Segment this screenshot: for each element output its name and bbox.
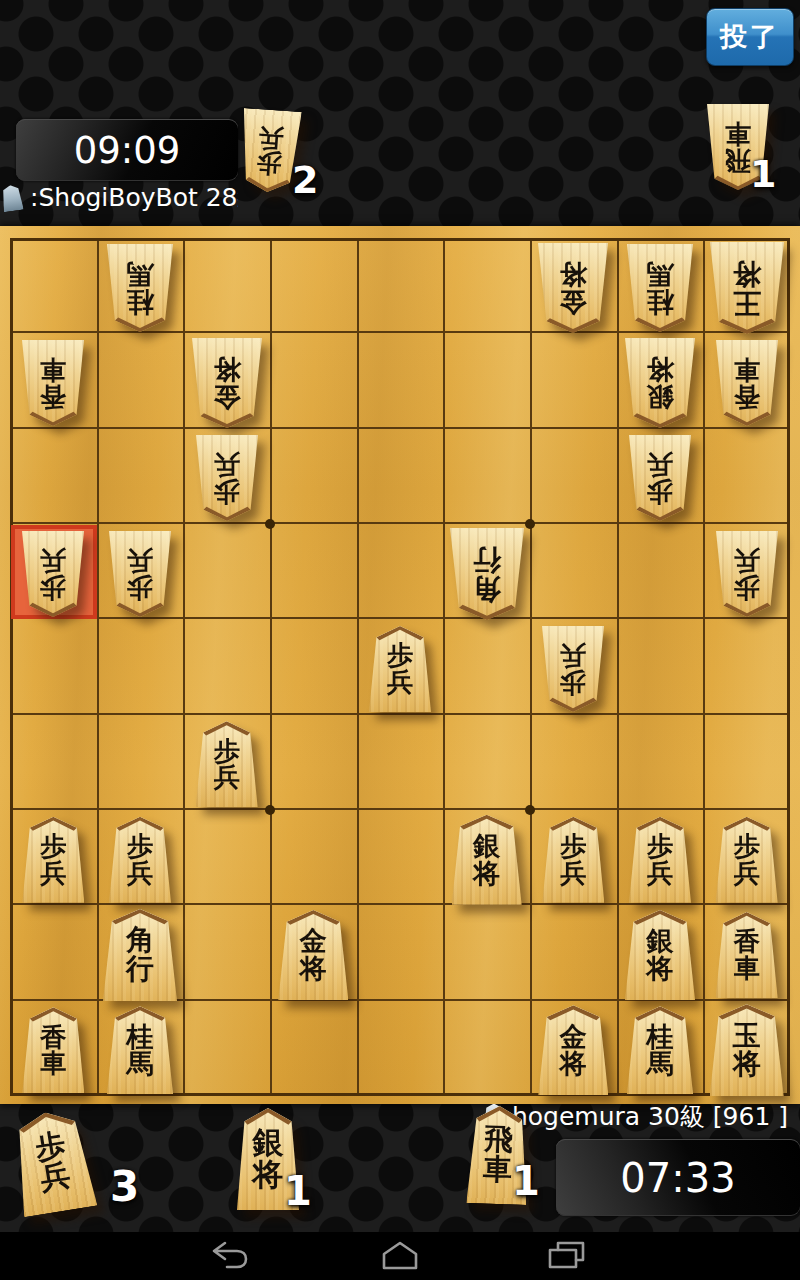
sente-piece-N[interactable]: 桂馬: [107, 1006, 173, 1094]
gote-piece-L[interactable]: 香車: [22, 340, 84, 426]
piece-kanji: 金将: [560, 1023, 587, 1078]
piece-kanji: 歩兵: [734, 833, 760, 886]
piece-kanji: 歩兵: [33, 1129, 72, 1194]
home-icon[interactable]: [378, 1236, 422, 1276]
piece-kanji: 歩兵: [647, 452, 673, 505]
sente-piece-B[interactable]: 角行: [103, 909, 177, 1001]
piece-kanji: 銀将: [647, 355, 674, 410]
piece-kanji: 歩兵: [214, 738, 240, 791]
piece-kanji: 香車: [40, 356, 66, 409]
piece-kanji: 歩兵: [40, 833, 66, 886]
piece-kanji: 銀将: [647, 927, 674, 982]
sente-piece-S[interactable]: 銀将: [452, 815, 522, 905]
sente-piece-G[interactable]: 金将: [278, 910, 348, 1000]
sente-piece-P[interactable]: 歩兵: [109, 817, 171, 903]
top-hand-count-R: 1: [750, 152, 776, 196]
piece-kanji: 角行: [126, 926, 154, 983]
bottom-hand-count-S: 1: [284, 1168, 312, 1214]
gote-piece-P[interactable]: 歩兵: [629, 435, 691, 521]
piece-kanji: 金将: [300, 927, 327, 982]
board-star-point: [525, 519, 535, 529]
top-player-info: :ShogiBoyBot 28級 [913: [2, 181, 238, 214]
piece-kanji: 香車: [734, 928, 760, 981]
sente-piece-L[interactable]: 香車: [716, 912, 778, 998]
bottom-hand-piece-P[interactable]: 歩兵: [16, 1112, 90, 1212]
piece-kanji: 玉将: [733, 1022, 761, 1079]
gote-piece-N[interactable]: 桂馬: [627, 244, 693, 332]
gote-piece-K2[interactable]: 王将: [710, 242, 784, 334]
gote-piece-G[interactable]: 金将: [538, 243, 608, 333]
bottom-player-name: hogemura 30級 [961 ]: [512, 1100, 788, 1133]
gote-piece-B[interactable]: 角行: [450, 528, 524, 620]
back-icon[interactable]: [208, 1236, 252, 1276]
sente-piece-L[interactable]: 香車: [22, 1007, 84, 1093]
gote-piece-P[interactable]: 歩兵: [542, 626, 604, 712]
piece-kanji: 歩兵: [214, 452, 240, 505]
piece-kanji: 歩兵: [734, 547, 760, 600]
piece-kanji: 飛車: [482, 1125, 513, 1185]
bottom-hand-count-P: 3: [110, 1162, 139, 1211]
board-star-point: [265, 519, 275, 529]
piece-kanji: 歩兵: [560, 642, 586, 695]
piece-kanji: 桂馬: [127, 260, 154, 315]
bottom-hand-count-R: 1: [512, 1158, 540, 1204]
gote-piece-P[interactable]: 歩兵: [196, 435, 258, 521]
gote-piece-G[interactable]: 金将: [192, 338, 262, 428]
top-hand-piece-P[interactable]: 歩兵: [241, 110, 299, 192]
bottom-clock-time: 07:33: [620, 1155, 735, 1201]
top-player-clock: 09:09: [16, 119, 238, 181]
top-player-name: :ShogiBoyBot 28級 [913: [30, 181, 238, 214]
piece-kanji: 歩兵: [560, 833, 586, 886]
gote-piece-N[interactable]: 桂馬: [107, 244, 173, 332]
gote-piece-P[interactable]: 歩兵: [22, 531, 84, 617]
piece-kanji: 歩兵: [387, 642, 413, 695]
sente-piece-P[interactable]: 歩兵: [196, 721, 258, 807]
board-star-point: [525, 805, 535, 815]
sente-piece-P[interactable]: 歩兵: [22, 817, 84, 903]
resign-button[interactable]: 投了: [706, 8, 794, 66]
sente-piece-P[interactable]: 歩兵: [542, 817, 604, 903]
sente-piece-S[interactable]: 銀将: [625, 910, 695, 1000]
piece-kanji: 桂馬: [647, 260, 674, 315]
piece-kanji: 銀将: [473, 832, 500, 887]
shogi-board[interactable]: 桂馬金将桂馬王将香車金将銀将香車歩兵歩兵歩兵歩兵角行歩兵歩兵歩兵歩兵歩兵歩兵銀将…: [0, 226, 800, 1104]
piece-kanji: 金将: [213, 355, 240, 410]
board-star-point: [265, 805, 275, 815]
shogi-app-screen: 投了 09:09 :ShogiBoyBot 28級 [913 桂馬金将桂馬王将香…: [0, 0, 800, 1280]
piece-kanji: 銀将: [253, 1127, 284, 1190]
sente-piece-P[interactable]: 歩兵: [629, 817, 691, 903]
top-hand-count-P: 2: [292, 158, 318, 202]
gote-piece-P[interactable]: 歩兵: [109, 531, 171, 617]
recents-icon[interactable]: [544, 1236, 588, 1276]
piece-kanji: 桂馬: [127, 1023, 154, 1078]
gote-piece-L[interactable]: 香車: [716, 340, 778, 426]
bottom-player-clock: 07:33: [556, 1139, 800, 1216]
top-clock-time: 09:09: [74, 129, 181, 172]
sente-piece-N[interactable]: 桂馬: [627, 1006, 693, 1094]
sente-piece-G[interactable]: 金将: [538, 1005, 608, 1095]
android-nav-bar: [0, 1232, 800, 1280]
piece-kanji: 桂馬: [647, 1023, 674, 1078]
piece-kanji: 香車: [734, 356, 760, 409]
piece-kanji: 歩兵: [256, 125, 284, 178]
piece-kanji: 歩兵: [647, 833, 673, 886]
piece-kanji: 歩兵: [40, 547, 66, 600]
gote-piece-P[interactable]: 歩兵: [716, 531, 778, 617]
bottom-player-info: hogemura 30級 [961 ]: [484, 1100, 788, 1133]
sente-piece-K[interactable]: 玉将: [710, 1004, 784, 1096]
top-player-piece-icon: [2, 183, 24, 212]
piece-kanji: 金将: [560, 260, 587, 315]
piece-kanji: 香車: [40, 1024, 66, 1077]
piece-kanji: 歩兵: [127, 547, 153, 600]
sente-piece-P[interactable]: 歩兵: [716, 817, 778, 903]
sente-piece-P[interactable]: 歩兵: [369, 626, 431, 712]
piece-kanji: 歩兵: [127, 833, 153, 886]
gote-piece-S[interactable]: 銀将: [625, 338, 695, 428]
piece-kanji: 角行: [473, 545, 501, 602]
piece-kanji: 王将: [733, 259, 761, 316]
piece-kanji: 飛車: [725, 120, 751, 173]
